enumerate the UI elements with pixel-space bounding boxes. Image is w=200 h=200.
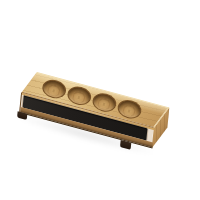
pit-3[interactable] [90, 91, 118, 115]
pit-2[interactable] [65, 84, 93, 108]
pit-1[interactable] [40, 77, 68, 101]
photo-stage [0, 0, 200, 200]
pit-4[interactable] [116, 97, 144, 121]
wooden-flight-tray [26, 72, 170, 150]
